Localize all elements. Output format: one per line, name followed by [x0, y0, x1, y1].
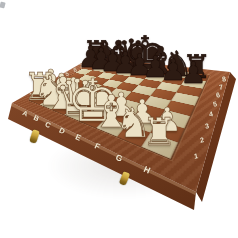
piece-white-rook-h1: ♜ — [142, 114, 176, 152]
pieces-layer: ♜♞♝♛♚♝♞♜♟♟♟♟♟♟♟♟♟♟♟♟♟♟♟♟♜♞♝♛♚♝♞♜ — [0, 0, 238, 238]
chess-set-product-photo: ABCDEFGH1234567812345678 ♜♞♝♛♚♝♞♜♟♟♟♟♟♟♟… — [0, 0, 238, 238]
piece-black-pawn-h7: ♟ — [180, 60, 206, 89]
